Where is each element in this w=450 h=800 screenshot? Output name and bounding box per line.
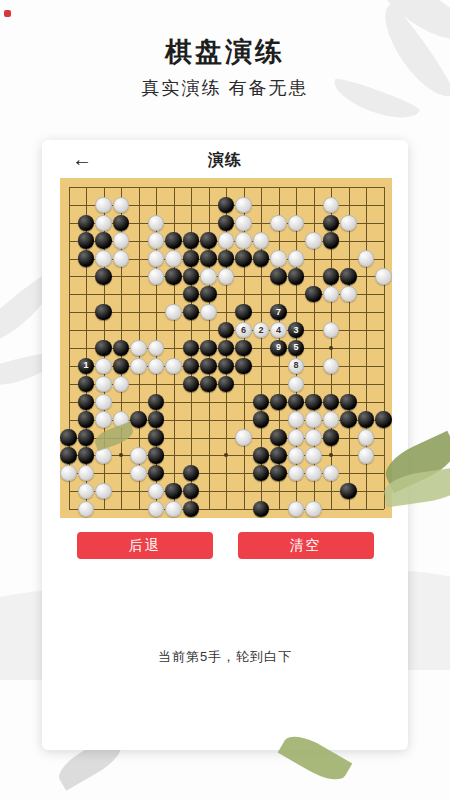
white-stone[interactable] [113, 232, 129, 248]
white-stone[interactable] [358, 429, 374, 445]
white-stone[interactable] [288, 465, 304, 481]
white-stone[interactable] [358, 447, 374, 463]
white-stone[interactable] [130, 465, 146, 481]
card-header: ← 演练 [42, 140, 408, 180]
white-stone[interactable] [148, 340, 164, 356]
black-stone[interactable] [200, 286, 216, 302]
white-stone[interactable] [95, 447, 111, 463]
black-stone[interactable] [165, 232, 181, 248]
white-stone[interactable] [218, 232, 234, 248]
black-stone[interactable] [305, 394, 321, 410]
black-stone[interactable] [323, 268, 339, 284]
white-stone[interactable]: 8 [288, 358, 304, 374]
black-stone[interactable] [183, 250, 199, 266]
black-stone[interactable] [183, 483, 199, 499]
black-stone[interactable] [253, 447, 269, 463]
hoshi-point [224, 453, 228, 457]
black-stone[interactable] [130, 411, 146, 427]
black-stone[interactable] [235, 340, 251, 356]
black-stone[interactable] [340, 268, 356, 284]
button-row: 后退 清空 [42, 532, 408, 559]
white-stone[interactable] [148, 358, 164, 374]
black-stone[interactable] [218, 340, 234, 356]
black-stone[interactable] [78, 376, 94, 392]
white-stone[interactable] [323, 286, 339, 302]
black-stone[interactable] [95, 268, 111, 284]
white-stone[interactable] [148, 250, 164, 266]
black-stone[interactable] [95, 304, 111, 320]
white-stone[interactable] [305, 447, 321, 463]
white-stone[interactable] [235, 197, 251, 213]
white-stone[interactable] [95, 394, 111, 410]
black-stone[interactable] [95, 340, 111, 356]
white-stone[interactable] [305, 411, 321, 427]
black-stone[interactable]: 5 [288, 340, 304, 356]
white-stone[interactable] [270, 215, 286, 231]
black-stone[interactable] [253, 250, 269, 266]
white-stone[interactable] [288, 250, 304, 266]
white-stone[interactable] [113, 197, 129, 213]
black-stone[interactable] [323, 232, 339, 248]
black-stone[interactable] [323, 215, 339, 231]
white-stone[interactable] [95, 376, 111, 392]
white-stone[interactable] [78, 501, 94, 517]
hoshi-point [329, 346, 333, 350]
white-stone[interactable] [323, 322, 339, 338]
hoshi-point [329, 453, 333, 457]
black-stone[interactable] [340, 483, 356, 499]
black-stone[interactable] [148, 429, 164, 445]
black-stone[interactable] [323, 429, 339, 445]
black-stone[interactable] [253, 465, 269, 481]
white-stone[interactable] [165, 304, 181, 320]
white-stone[interactable] [340, 215, 356, 231]
white-stone[interactable] [305, 501, 321, 517]
black-stone[interactable]: 1 [78, 358, 94, 374]
black-stone[interactable] [78, 411, 94, 427]
black-stone[interactable] [200, 250, 216, 266]
black-stone[interactable] [218, 322, 234, 338]
black-stone[interactable] [358, 411, 374, 427]
white-stone[interactable] [323, 197, 339, 213]
white-stone[interactable] [60, 465, 76, 481]
black-stone[interactable]: 3 [288, 322, 304, 338]
black-stone[interactable] [183, 268, 199, 284]
white-stone[interactable] [288, 429, 304, 445]
black-stone[interactable] [95, 232, 111, 248]
black-stone[interactable] [113, 358, 129, 374]
black-stone[interactable] [235, 304, 251, 320]
card-title: 演练 [208, 150, 242, 171]
black-stone[interactable] [113, 340, 129, 356]
white-stone[interactable] [95, 250, 111, 266]
white-stone[interactable] [288, 376, 304, 392]
undo-button[interactable]: 后退 [77, 532, 213, 559]
black-stone[interactable]: 9 [270, 340, 286, 356]
black-stone[interactable] [183, 501, 199, 517]
white-stone[interactable] [305, 465, 321, 481]
white-stone[interactable] [253, 232, 269, 248]
black-stone[interactable] [165, 483, 181, 499]
white-stone[interactable] [95, 411, 111, 427]
page-subtitle: 真实演练 有备无患 [0, 76, 450, 100]
black-stone[interactable] [183, 286, 199, 302]
back-arrow-icon[interactable]: ← [72, 148, 92, 171]
white-stone[interactable] [288, 215, 304, 231]
black-stone[interactable] [235, 250, 251, 266]
black-stone[interactable] [270, 465, 286, 481]
clear-button[interactable]: 清空 [238, 532, 374, 559]
black-stone[interactable] [148, 465, 164, 481]
black-stone[interactable] [270, 447, 286, 463]
white-stone[interactable] [130, 358, 146, 374]
white-stone[interactable] [113, 376, 129, 392]
black-stone[interactable] [78, 429, 94, 445]
hoshi-point [119, 453, 123, 457]
black-stone[interactable] [78, 215, 94, 231]
black-stone[interactable] [148, 394, 164, 410]
black-stone[interactable] [78, 232, 94, 248]
white-stone[interactable] [95, 215, 111, 231]
white-stone[interactable]: 2 [253, 322, 269, 338]
grid-line-vertical [384, 187, 385, 509]
black-stone[interactable] [305, 286, 321, 302]
black-stone[interactable] [183, 232, 199, 248]
black-stone[interactable] [235, 358, 251, 374]
black-stone[interactable] [78, 394, 94, 410]
white-stone[interactable] [95, 358, 111, 374]
white-stone[interactable] [375, 268, 391, 284]
black-stone[interactable] [218, 250, 234, 266]
black-stone[interactable] [200, 376, 216, 392]
white-stone[interactable] [288, 501, 304, 517]
black-stone[interactable] [323, 394, 339, 410]
white-stone[interactable] [358, 250, 374, 266]
white-stone[interactable] [148, 232, 164, 248]
white-stone[interactable] [323, 411, 339, 427]
grid-line-vertical [349, 187, 350, 509]
white-stone[interactable] [200, 304, 216, 320]
practice-card: ← 演练 762439518 后退 清空 当前第5手，轮到白下 [42, 140, 408, 750]
black-stone[interactable]: 7 [270, 304, 286, 320]
black-stone[interactable] [253, 394, 269, 410]
white-stone[interactable] [270, 250, 286, 266]
black-stone[interactable] [288, 394, 304, 410]
black-stone[interactable] [270, 268, 286, 284]
white-stone[interactable] [200, 268, 216, 284]
black-stone[interactable] [183, 340, 199, 356]
black-stone[interactable] [165, 268, 181, 284]
white-stone[interactable] [113, 411, 129, 427]
white-stone[interactable] [148, 268, 164, 284]
black-stone[interactable] [253, 501, 269, 517]
white-stone[interactable] [130, 340, 146, 356]
white-stone[interactable]: 4 [270, 322, 286, 338]
red-accent-dot [4, 10, 11, 17]
black-stone[interactable] [148, 411, 164, 427]
black-stone[interactable] [78, 250, 94, 266]
black-stone[interactable] [183, 304, 199, 320]
white-stone[interactable] [148, 483, 164, 499]
white-stone[interactable] [323, 465, 339, 481]
black-stone[interactable] [200, 358, 216, 374]
black-stone[interactable] [340, 411, 356, 427]
white-stone[interactable] [130, 447, 146, 463]
white-stone[interactable] [305, 429, 321, 445]
white-stone[interactable] [323, 358, 339, 374]
white-stone[interactable] [78, 483, 94, 499]
black-stone[interactable] [78, 447, 94, 463]
white-stone[interactable] [305, 232, 321, 248]
white-stone[interactable] [288, 411, 304, 427]
white-stone[interactable] [235, 215, 251, 231]
white-stone[interactable] [78, 465, 94, 481]
white-stone[interactable] [148, 501, 164, 517]
white-stone[interactable] [165, 501, 181, 517]
white-stone[interactable] [340, 286, 356, 302]
black-stone[interactable] [218, 358, 234, 374]
black-stone[interactable] [340, 394, 356, 410]
black-stone[interactable] [200, 340, 216, 356]
black-stone[interactable] [183, 358, 199, 374]
white-stone[interactable] [148, 215, 164, 231]
black-stone[interactable] [60, 447, 76, 463]
grid-line-horizontal [69, 509, 384, 510]
black-stone[interactable] [183, 376, 199, 392]
grid-line-horizontal [69, 491, 384, 492]
black-stone[interactable] [60, 429, 76, 445]
black-stone[interactable] [253, 411, 269, 427]
white-stone[interactable] [95, 197, 111, 213]
black-stone[interactable] [270, 429, 286, 445]
black-stone[interactable] [218, 215, 234, 231]
black-stone[interactable] [375, 411, 391, 427]
black-stone[interactable] [270, 394, 286, 410]
black-stone[interactable] [200, 232, 216, 248]
black-stone[interactable] [218, 376, 234, 392]
status-text: 当前第5手，轮到白下 [42, 648, 408, 666]
black-stone[interactable] [113, 215, 129, 231]
white-stone[interactable] [288, 447, 304, 463]
white-stone[interactable]: 6 [235, 322, 251, 338]
white-stone[interactable] [113, 250, 129, 266]
page-title: 棋盘演练 [0, 34, 450, 70]
black-stone[interactable] [288, 268, 304, 284]
black-stone[interactable] [148, 447, 164, 463]
go-board[interactable]: 762439518 [60, 178, 392, 518]
white-stone[interactable] [95, 483, 111, 499]
white-stone[interactable] [235, 429, 251, 445]
white-stone[interactable] [235, 232, 251, 248]
white-stone[interactable] [165, 358, 181, 374]
black-stone[interactable] [183, 465, 199, 481]
white-stone[interactable] [165, 250, 181, 266]
black-stone[interactable] [218, 197, 234, 213]
white-stone[interactable] [218, 268, 234, 284]
